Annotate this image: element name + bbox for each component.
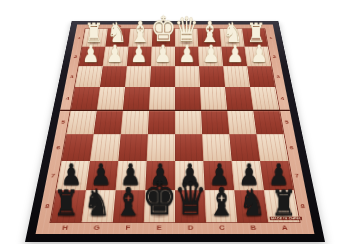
piece-white-pawn: ♟ [226,42,244,66]
square-h3 [75,66,103,87]
square-e4 [149,87,175,110]
square-g8: ♞ [82,190,116,222]
rank-label: 2 [269,54,279,58]
piece-black-bishop: ♝ [114,182,143,221]
file-label: A [268,222,301,234]
square-g5 [94,110,123,135]
file-labels-bottom: HGFEDCBA [48,222,301,234]
piece-white-pawn: ♟ [82,42,100,66]
square-f8: ♝ [113,190,146,222]
piece-white-pawn: ♟ [154,42,172,66]
piece-white-pawn: ♟ [130,42,148,66]
piece-black-bishop: ♝ [207,182,236,221]
file-label: D [175,222,207,234]
square-d8: ♛ [175,190,206,222]
file-label: G [80,222,113,234]
piece-white-pawn: ♟ [202,42,220,66]
rank-label: 8 [296,202,310,209]
piece-black-king: ♚ [142,174,177,221]
piece-white-pawn: ♟ [178,42,196,66]
file-label: F [112,222,144,234]
square-b2: ♟ [221,47,247,66]
square-a3 [247,66,275,87]
square-h4 [71,87,100,110]
piece-black-queen: ♛ [174,176,207,221]
board-face: HGFEDCBA 12345678 12345678 HGFEDCBA ♜♞♝♚… [36,25,315,235]
square-c4 [200,87,227,110]
square-g4 [97,87,125,110]
square-c2: ♟ [198,47,223,66]
square-d3 [175,66,200,87]
square-b3 [223,66,250,87]
square-e2: ♟ [151,47,175,66]
piece-black-knight: ♞ [239,185,266,222]
square-d5 [175,110,202,135]
piece-white-pawn: ♟ [106,42,124,66]
square-b5 [227,110,256,135]
square-c5 [201,110,229,135]
chess-set-photo: HGFEDCBA 12345678 12345678 HGFEDCBA ♜♞♝♚… [0,0,350,244]
rank-label: 5 [281,119,293,125]
file-label: E [143,222,175,234]
square-e8: ♚ [144,190,175,222]
rank-label: 4 [277,96,288,101]
square-a4 [250,87,279,110]
rank-label: 7 [290,172,303,179]
file-label: H [48,222,81,234]
square-h8: ♜ [51,190,86,222]
square-h2: ♟ [79,47,106,66]
square-g3 [100,66,127,87]
square-c8: ♝ [205,190,238,222]
square-f4 [123,87,150,110]
square-h5 [66,110,96,135]
board-frame: HGFEDCBA 12345678 12345678 HGFEDCBA ♜♞♝♚… [25,21,325,242]
piece-black-knight: ♞ [84,185,111,222]
rank-label: 3 [273,74,284,79]
file-label: C [206,222,238,234]
square-d2: ♟ [175,47,199,66]
square-f2: ♟ [127,47,152,66]
square-b4 [225,87,253,110]
square-c3 [199,66,225,87]
square-f5 [121,110,149,135]
square-e3 [150,66,175,87]
square-f3 [125,66,151,87]
square-a5 [253,110,283,135]
piece-black-rook: ♜ [271,186,297,222]
piece-black-rook: ♜ [53,186,79,222]
square-a8: ♜MADE IN CHINA [264,190,299,222]
file-label: B [237,222,270,234]
piece-white-pawn: ♟ [250,42,268,66]
square-d4 [175,87,201,110]
chess-board: HGFEDCBA 12345678 12345678 HGFEDCBA ♜♞♝♚… [25,21,325,242]
squares-grid: ♜♞♝♚♛♝♞♜♟♟♟♟♟♟♟♟♟♟♟♟♟♟♟♟♜♞♝♚♛♝♞♜MADE IN … [51,29,300,222]
fold-hinge-line [60,110,290,111]
rank-label: 6 [285,144,297,150]
square-e5 [148,110,175,135]
square-b8: ♞ [234,190,268,222]
square-g2: ♟ [103,47,129,66]
square-a2: ♟ [245,47,272,66]
